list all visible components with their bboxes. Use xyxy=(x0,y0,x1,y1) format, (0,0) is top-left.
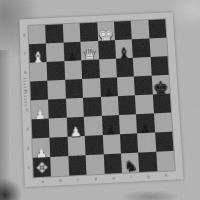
rank-label-6: 6 xyxy=(24,70,27,74)
square-b3 xyxy=(49,118,67,138)
square-h8 xyxy=(148,19,166,38)
rank-label-7: 7 xyxy=(24,52,27,56)
square-g5 xyxy=(134,76,152,96)
square-h7 xyxy=(149,38,167,57)
square-e3: ♟ xyxy=(101,115,119,135)
square-g3: ♟ xyxy=(136,113,155,133)
white-pawn: ♟ xyxy=(34,108,46,122)
black-pawn: ♟ xyxy=(140,122,152,136)
board-photo: 87654321 abcdefgh ♚♝♟♛♝♟♚♟♟♟♟♟✥♞ xyxy=(0,0,200,200)
rank-label-1: 1 xyxy=(27,166,30,170)
rank-label-4: 4 xyxy=(25,108,28,112)
square-g8 xyxy=(131,20,149,39)
square-b8 xyxy=(46,24,64,43)
square-a2: ♟ xyxy=(32,138,50,158)
square-e6 xyxy=(99,59,117,79)
square-d4 xyxy=(83,97,101,117)
square-b1 xyxy=(51,156,69,176)
board-grid: ♚♝♟♛♝♟♚♟♟♟♟♟✥♞ xyxy=(28,19,174,177)
white-king: ♚ xyxy=(98,26,115,44)
logo-ornament: ✥ xyxy=(36,160,48,175)
square-h5: ♚ xyxy=(151,75,169,95)
white-bishop: ♝ xyxy=(31,50,45,65)
chess-board: 87654321 abcdefgh ♚♝♟♛♝♟♚♟♟♟♟♟✥♞ xyxy=(19,12,183,187)
square-d1 xyxy=(86,154,105,174)
file-label-a: a xyxy=(41,179,44,183)
square-h6 xyxy=(150,56,168,75)
square-d7: ♛ xyxy=(81,41,99,60)
square-g4 xyxy=(135,94,153,114)
square-a8 xyxy=(28,25,46,44)
black-pawn: ♟ xyxy=(105,124,117,138)
file-label-e: e xyxy=(112,176,115,180)
square-e8: ♚ xyxy=(97,22,115,41)
square-f7: ♝ xyxy=(115,39,133,58)
white-pawn: ♟ xyxy=(36,146,48,160)
rank-label-5: 5 xyxy=(25,89,28,93)
square-h1 xyxy=(156,151,175,171)
square-a4: ♟ xyxy=(31,100,49,120)
square-f3 xyxy=(119,114,137,134)
square-d5 xyxy=(82,78,100,98)
file-label-c: c xyxy=(77,178,79,182)
square-c1 xyxy=(68,155,86,175)
square-d3 xyxy=(84,116,102,136)
square-f4 xyxy=(118,95,136,115)
square-b2 xyxy=(50,137,68,157)
square-c8 xyxy=(63,23,81,42)
square-b7 xyxy=(46,43,64,62)
square-e1 xyxy=(103,153,122,173)
square-d8 xyxy=(80,23,98,42)
square-f8 xyxy=(114,21,132,40)
rank-label-8: 8 xyxy=(23,33,26,37)
square-e5: ♟ xyxy=(100,77,118,97)
file-label-b: b xyxy=(59,178,62,182)
smudge-bottom-right xyxy=(120,190,180,200)
square-g1 xyxy=(138,152,157,172)
edge-shadow-left xyxy=(0,50,10,200)
rank-label-3: 3 xyxy=(26,127,29,131)
square-f1: ♞ xyxy=(121,153,140,173)
black-bishop: ♝ xyxy=(117,46,131,61)
square-c5 xyxy=(65,79,83,99)
black-pawn: ♟ xyxy=(103,86,115,99)
square-f5 xyxy=(117,76,135,96)
square-g6 xyxy=(133,57,151,76)
rank-label-2: 2 xyxy=(27,146,30,150)
square-f2 xyxy=(120,133,139,153)
white-queen: ♛ xyxy=(82,46,98,63)
file-label-h: h xyxy=(165,173,168,177)
square-c7: ♟ xyxy=(63,42,81,61)
square-a7: ♝ xyxy=(29,43,47,62)
square-a5 xyxy=(30,81,48,101)
square-c3: ♟ xyxy=(67,117,85,137)
square-c4 xyxy=(66,98,84,118)
square-h2 xyxy=(155,132,174,152)
square-b5 xyxy=(48,80,66,100)
file-label-d: d xyxy=(95,177,98,181)
square-d2 xyxy=(85,135,103,155)
black-king: ♚ xyxy=(152,79,169,98)
square-b6 xyxy=(47,61,65,81)
square-g7 xyxy=(132,38,150,57)
file-label-g: g xyxy=(147,174,150,178)
white-pawn: ♟ xyxy=(70,125,82,139)
square-b4 xyxy=(48,99,66,119)
square-h3 xyxy=(154,113,173,133)
black-knight: ♞ xyxy=(122,158,139,176)
black-pawn: ♟ xyxy=(67,50,79,63)
corner-shadow-bottom-left xyxy=(0,178,22,200)
